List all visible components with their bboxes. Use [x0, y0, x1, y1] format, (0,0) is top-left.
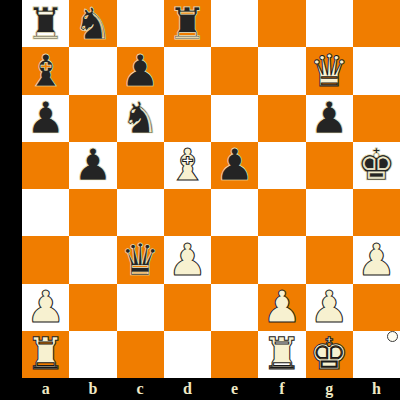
rank-label-3: 3 — [0, 236, 22, 283]
white-pawn-h3: ♟ — [357, 238, 396, 282]
square-b6 — [69, 95, 116, 142]
square-a7: ♝ — [22, 47, 69, 94]
white-to-move-indicator — [387, 331, 398, 342]
square-f2: ♟ — [258, 284, 305, 331]
square-g3 — [306, 236, 353, 283]
square-b5: ♟ — [69, 142, 116, 189]
file-label-h: h — [353, 378, 400, 400]
black-king-h5: ♚ — [357, 143, 396, 187]
square-e8 — [211, 0, 258, 47]
square-b7 — [69, 47, 116, 94]
black-knight-b8: ♞ — [73, 2, 112, 46]
file-label-g: g — [306, 378, 353, 400]
rank-label-8: 8 — [0, 0, 22, 47]
square-d8: ♜ — [164, 0, 211, 47]
square-c7: ♟ — [117, 47, 164, 94]
black-queen-c3: ♛ — [120, 238, 159, 282]
square-g5 — [306, 142, 353, 189]
square-g1: ♚ — [306, 331, 353, 378]
square-g6: ♟ — [306, 95, 353, 142]
chess-diagram: 87654321 ♜♞♜♝♟♛♟♞♟♟♝♟♚♛♟♟♟♟♟♜♜♚ abcdefgh — [0, 0, 400, 400]
square-a3 — [22, 236, 69, 283]
square-g4 — [306, 189, 353, 236]
square-c6: ♞ — [117, 95, 164, 142]
square-h8 — [353, 0, 400, 47]
square-h2 — [353, 284, 400, 331]
rank-label-7: 7 — [0, 47, 22, 94]
square-g2: ♟ — [306, 284, 353, 331]
square-f5 — [258, 142, 305, 189]
black-knight-c6: ♞ — [120, 96, 159, 140]
square-c5 — [117, 142, 164, 189]
white-rook-f1: ♜ — [262, 332, 301, 376]
black-rook-d8: ♜ — [168, 2, 207, 46]
black-pawn-g6: ♟ — [309, 96, 348, 140]
square-g7: ♛ — [306, 47, 353, 94]
square-b8: ♞ — [69, 0, 116, 47]
square-f7 — [258, 47, 305, 94]
file-label-f: f — [258, 378, 305, 400]
white-rook-a1: ♜ — [26, 332, 65, 376]
file-label-b: b — [69, 378, 116, 400]
square-g8 — [306, 0, 353, 47]
square-c1 — [117, 331, 164, 378]
square-h3: ♟ — [353, 236, 400, 283]
square-d2 — [164, 284, 211, 331]
rank-label-6: 6 — [0, 95, 22, 142]
square-h5: ♚ — [353, 142, 400, 189]
square-f6 — [258, 95, 305, 142]
square-a5 — [22, 142, 69, 189]
rank-labels: 87654321 — [0, 0, 22, 378]
square-d1 — [164, 331, 211, 378]
square-a4 — [22, 189, 69, 236]
white-pawn-d3: ♟ — [168, 238, 207, 282]
square-e7 — [211, 47, 258, 94]
square-f1: ♜ — [258, 331, 305, 378]
square-c3: ♛ — [117, 236, 164, 283]
rank-label-5: 5 — [0, 142, 22, 189]
square-e2 — [211, 284, 258, 331]
file-label-e: e — [211, 378, 258, 400]
square-d6 — [164, 95, 211, 142]
square-a2: ♟ — [22, 284, 69, 331]
white-pawn-g2: ♟ — [309, 285, 348, 329]
rank-label-4: 4 — [0, 189, 22, 236]
square-e4 — [211, 189, 258, 236]
square-a6: ♟ — [22, 95, 69, 142]
square-c4 — [117, 189, 164, 236]
square-d5: ♝ — [164, 142, 211, 189]
square-d7 — [164, 47, 211, 94]
file-label-d: d — [164, 378, 211, 400]
square-e5: ♟ — [211, 142, 258, 189]
square-e1 — [211, 331, 258, 378]
black-pawn-c7: ♟ — [120, 49, 159, 93]
square-b3 — [69, 236, 116, 283]
square-f4 — [258, 189, 305, 236]
square-h6 — [353, 95, 400, 142]
corner-spacer — [0, 378, 22, 400]
square-e3 — [211, 236, 258, 283]
square-d3: ♟ — [164, 236, 211, 283]
black-pawn-b5: ♟ — [73, 143, 112, 187]
black-rook-a8: ♜ — [26, 2, 65, 46]
black-bishop-a7: ♝ — [26, 49, 65, 93]
square-h7 — [353, 47, 400, 94]
white-queen-g7: ♛ — [309, 49, 348, 93]
black-pawn-e5: ♟ — [215, 143, 254, 187]
square-b1 — [69, 331, 116, 378]
file-label-c: c — [117, 378, 164, 400]
square-f3 — [258, 236, 305, 283]
square-f8 — [258, 0, 305, 47]
square-e6 — [211, 95, 258, 142]
square-a8: ♜ — [22, 0, 69, 47]
square-d4 — [164, 189, 211, 236]
square-b2 — [69, 284, 116, 331]
square-c2 — [117, 284, 164, 331]
white-pawn-a2: ♟ — [26, 285, 65, 329]
square-b4 — [69, 189, 116, 236]
white-bishop-d5: ♝ — [168, 143, 207, 187]
file-labels: abcdefgh — [22, 378, 400, 400]
rank-label-2: 2 — [0, 284, 22, 331]
white-pawn-f2: ♟ — [262, 285, 301, 329]
square-h4 — [353, 189, 400, 236]
rank-label-1: 1 — [0, 331, 22, 378]
square-c8 — [117, 0, 164, 47]
file-label-a: a — [22, 378, 69, 400]
board: ♜♞♜♝♟♛♟♞♟♟♝♟♚♛♟♟♟♟♟♜♜♚ — [22, 0, 400, 378]
white-king-g1: ♚ — [309, 332, 348, 376]
black-pawn-a6: ♟ — [26, 96, 65, 140]
square-a1: ♜ — [22, 331, 69, 378]
